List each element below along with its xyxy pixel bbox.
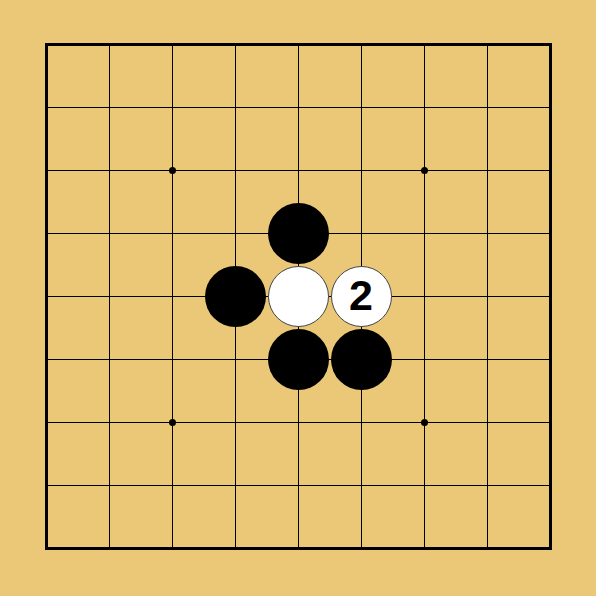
black-stone (205, 266, 266, 327)
board-intersection (267, 265, 330, 328)
hoshi-point (141, 139, 204, 202)
board-intersection (330, 328, 393, 391)
board-intersection (267, 328, 330, 391)
board-intersection (267, 202, 330, 265)
move-number-label: 2 (349, 274, 373, 317)
white-stone (268, 266, 329, 327)
black-stone (331, 329, 392, 390)
board-intersection: 2 (330, 265, 393, 328)
hoshi-dot (169, 167, 176, 174)
hoshi-point (141, 391, 204, 454)
hoshi-point (393, 139, 456, 202)
board-intersection (204, 265, 267, 328)
hoshi-dot (421, 167, 428, 174)
white-stone-2: 2 (331, 266, 392, 327)
hoshi-dot (169, 419, 176, 426)
hoshi-dot (421, 419, 428, 426)
black-stone (268, 329, 329, 390)
black-stone (268, 203, 329, 264)
intersection-layer: 2 (15, 13, 582, 580)
hoshi-point (393, 391, 456, 454)
go-board: 2 (0, 0, 596, 596)
